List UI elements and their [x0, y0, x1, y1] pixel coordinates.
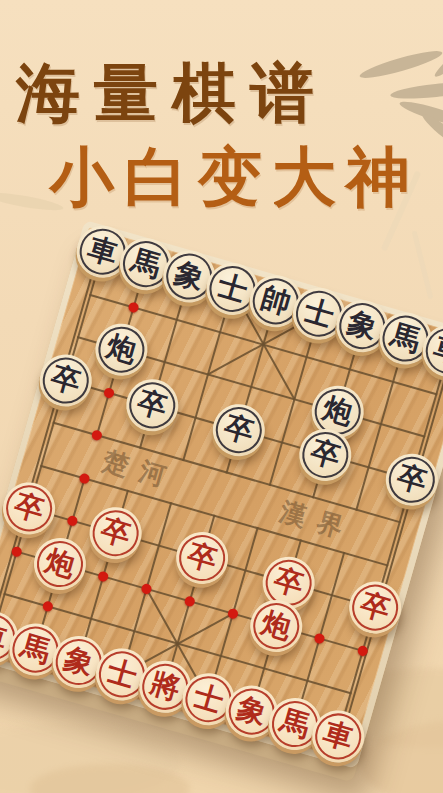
bamboo-leaf-icon — [390, 79, 443, 102]
promo-title-line1: 海量棋谱 — [16, 62, 328, 126]
bamboo-stem-watermark — [412, 230, 434, 299]
promo-title-line2: 小白变大神 — [50, 146, 420, 210]
promo-screen: 海量棋谱 小白变大神 楚河漢界車馬象士帥士象馬車炮炮卒卒卒卒卒卒卒卒卒卒炮炮車馬… — [0, 0, 443, 793]
bamboo-leaf-icon — [358, 46, 443, 82]
